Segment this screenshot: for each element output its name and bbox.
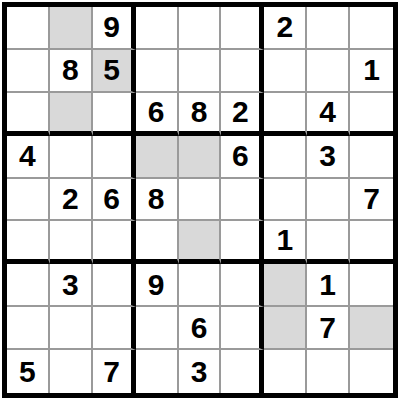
given-digit: 8 [191, 97, 208, 127]
cell-r6c9[interactable] [350, 221, 393, 264]
cell-r1c7[interactable]: 2 [264, 7, 307, 50]
cell-r4c2[interactable] [50, 136, 93, 179]
cell-r7c8[interactable]: 1 [307, 264, 350, 307]
cell-r3c5[interactable]: 8 [179, 93, 222, 136]
sudoku-board: 9285168244632687139167573 [2, 2, 398, 398]
cell-r4c8[interactable]: 3 [307, 136, 350, 179]
cell-r3c7[interactable] [264, 93, 307, 136]
cell-r1c2[interactable] [50, 7, 93, 50]
cell-r9c4[interactable] [136, 350, 179, 393]
cell-r9c5[interactable]: 3 [179, 350, 222, 393]
cell-r2c4[interactable] [136, 50, 179, 93]
cell-r7c9[interactable] [350, 264, 393, 307]
cell-r9c6[interactable] [221, 350, 264, 393]
cell-r1c4[interactable] [136, 7, 179, 50]
cell-r7c5[interactable] [179, 264, 222, 307]
cell-r5c2[interactable]: 2 [50, 179, 93, 222]
cell-r3c2[interactable] [50, 93, 93, 136]
given-digit: 2 [276, 12, 293, 42]
cell-r5c4[interactable]: 8 [136, 179, 179, 222]
cell-r8c2[interactable] [50, 307, 93, 350]
cell-r8c1[interactable] [7, 307, 50, 350]
cell-r2c8[interactable] [307, 50, 350, 93]
cell-r7c4[interactable]: 9 [136, 264, 179, 307]
cell-r5c1[interactable] [7, 179, 50, 222]
cell-r5c9[interactable]: 7 [350, 179, 393, 222]
cell-r1c5[interactable] [179, 7, 222, 50]
cell-r2c7[interactable] [264, 50, 307, 93]
cell-r4c6[interactable]: 6 [221, 136, 264, 179]
cell-r1c1[interactable] [7, 7, 50, 50]
cell-r6c2[interactable] [50, 221, 93, 264]
cell-r7c1[interactable] [7, 264, 50, 307]
cell-r5c6[interactable] [221, 179, 264, 222]
cell-r4c9[interactable] [350, 136, 393, 179]
given-digit: 2 [62, 184, 79, 214]
cell-r8c8[interactable]: 7 [307, 307, 350, 350]
cell-r7c3[interactable] [93, 264, 136, 307]
cell-r5c7[interactable] [264, 179, 307, 222]
given-digit: 4 [319, 97, 336, 127]
given-digit: 3 [319, 141, 336, 171]
given-digit: 7 [103, 357, 120, 387]
cell-r5c5[interactable] [179, 179, 222, 222]
given-digit: 3 [62, 270, 79, 300]
cell-r2c5[interactable] [179, 50, 222, 93]
cell-r1c3[interactable]: 9 [93, 7, 136, 50]
cell-r7c6[interactable] [221, 264, 264, 307]
given-digit: 6 [232, 141, 249, 171]
cell-r7c2[interactable]: 3 [50, 264, 93, 307]
cell-r6c3[interactable] [93, 221, 136, 264]
cell-r9c9[interactable] [350, 350, 393, 393]
given-digit: 2 [232, 97, 249, 127]
given-digit: 7 [319, 313, 336, 343]
cell-r4c3[interactable] [93, 136, 136, 179]
given-digit: 8 [62, 55, 79, 85]
cell-r8c6[interactable] [221, 307, 264, 350]
cell-r3c4[interactable]: 6 [136, 93, 179, 136]
given-digit: 9 [103, 12, 120, 42]
given-digit: 6 [148, 97, 165, 127]
cell-r9c1[interactable]: 5 [7, 350, 50, 393]
cell-r1c8[interactable] [307, 7, 350, 50]
cell-r2c2[interactable]: 8 [50, 50, 93, 93]
cell-r8c9[interactable] [350, 307, 393, 350]
cell-r6c1[interactable] [7, 221, 50, 264]
given-digit: 5 [103, 55, 120, 85]
cell-r9c7[interactable] [264, 350, 307, 393]
cell-r5c3[interactable]: 6 [93, 179, 136, 222]
cell-r8c3[interactable] [93, 307, 136, 350]
cell-r6c5[interactable] [179, 221, 222, 264]
cell-r2c1[interactable] [7, 50, 50, 93]
cell-r8c4[interactable] [136, 307, 179, 350]
cell-r9c3[interactable]: 7 [93, 350, 136, 393]
cell-r4c4[interactable] [136, 136, 179, 179]
cell-r6c7[interactable]: 1 [264, 221, 307, 264]
cell-r8c7[interactable] [264, 307, 307, 350]
cell-r6c6[interactable] [221, 221, 264, 264]
cell-r3c8[interactable]: 4 [307, 93, 350, 136]
cell-r3c6[interactable]: 2 [221, 93, 264, 136]
given-digit: 9 [148, 270, 165, 300]
cell-r2c3[interactable]: 5 [93, 50, 136, 93]
given-digit: 1 [319, 270, 336, 300]
given-digit: 7 [363, 184, 380, 214]
cell-r4c1[interactable]: 4 [7, 136, 50, 179]
cell-r3c3[interactable] [93, 93, 136, 136]
cell-r8c5[interactable]: 6 [179, 307, 222, 350]
cell-r5c8[interactable] [307, 179, 350, 222]
given-digit: 6 [103, 184, 120, 214]
cell-r1c9[interactable] [350, 7, 393, 50]
cell-r6c8[interactable] [307, 221, 350, 264]
cell-r6c4[interactable] [136, 221, 179, 264]
cell-r9c2[interactable] [50, 350, 93, 393]
given-digit: 3 [191, 357, 208, 387]
cell-r2c6[interactable] [221, 50, 264, 93]
given-digit: 1 [276, 225, 293, 255]
cell-r7c7[interactable] [264, 264, 307, 307]
given-digit: 5 [19, 357, 36, 387]
given-digit: 1 [363, 55, 380, 85]
cell-r3c1[interactable] [7, 93, 50, 136]
cell-r4c5[interactable] [179, 136, 222, 179]
sudoku-screen: 9285168244632687139167573 [0, 0, 400, 400]
cell-r9c8[interactable] [307, 350, 350, 393]
given-digit: 4 [19, 141, 36, 171]
cell-r3c9[interactable] [350, 93, 393, 136]
cell-r4c7[interactable] [264, 136, 307, 179]
given-digit: 8 [148, 184, 165, 214]
given-digit: 6 [191, 313, 208, 343]
cell-r2c9[interactable]: 1 [350, 50, 393, 93]
cell-r1c6[interactable] [221, 7, 264, 50]
